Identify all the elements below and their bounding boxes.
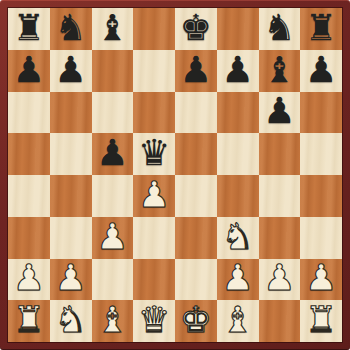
square-h4[interactable] xyxy=(300,175,342,217)
square-g8[interactable]: ♞ xyxy=(259,8,301,50)
square-d2[interactable] xyxy=(133,259,175,301)
piece-black-pawn[interactable]: ♟ xyxy=(221,52,253,88)
piece-black-pawn[interactable]: ♟ xyxy=(180,52,212,88)
square-c6[interactable] xyxy=(92,92,134,134)
piece-black-rook[interactable]: ♜ xyxy=(13,10,45,46)
square-g1[interactable] xyxy=(259,300,301,342)
square-e8[interactable]: ♚ xyxy=(175,8,217,50)
square-b6[interactable] xyxy=(50,92,92,134)
piece-white-pawn[interactable]: ♟ xyxy=(13,260,45,296)
piece-white-bishop[interactable]: ♝ xyxy=(221,302,253,338)
piece-black-bishop[interactable]: ♝ xyxy=(96,10,128,46)
piece-white-pawn[interactable]: ♟ xyxy=(138,177,170,213)
square-d6[interactable] xyxy=(133,92,175,134)
piece-black-king[interactable]: ♚ xyxy=(180,10,212,46)
square-d5[interactable]: ♛ xyxy=(133,133,175,175)
square-f6[interactable] xyxy=(217,92,259,134)
square-d4[interactable]: ♟ xyxy=(133,175,175,217)
square-f8[interactable] xyxy=(217,8,259,50)
square-c4[interactable] xyxy=(92,175,134,217)
square-e3[interactable] xyxy=(175,217,217,259)
square-g6[interactable]: ♟ xyxy=(259,92,301,134)
piece-white-knight[interactable]: ♞ xyxy=(54,302,86,338)
square-d1[interactable]: ♛ xyxy=(133,300,175,342)
square-b1[interactable]: ♞ xyxy=(50,300,92,342)
square-c2[interactable] xyxy=(92,259,134,301)
square-a2[interactable]: ♟ xyxy=(8,259,50,301)
square-e1[interactable]: ♚ xyxy=(175,300,217,342)
piece-black-pawn[interactable]: ♟ xyxy=(305,52,337,88)
square-a3[interactable] xyxy=(8,217,50,259)
square-e4[interactable] xyxy=(175,175,217,217)
chess-board-frame: ♜♞♝♚♞♜♟♟♟♟♝♟♟♟♛♟♟♞♟♟♟♟♟♜♞♝♛♚♝♜ xyxy=(0,0,350,350)
square-e5[interactable] xyxy=(175,133,217,175)
square-f7[interactable]: ♟ xyxy=(217,50,259,92)
square-c8[interactable]: ♝ xyxy=(92,8,134,50)
square-f2[interactable]: ♟ xyxy=(217,259,259,301)
piece-white-rook[interactable]: ♜ xyxy=(13,302,45,338)
square-b4[interactable] xyxy=(50,175,92,217)
piece-black-pawn[interactable]: ♟ xyxy=(13,52,45,88)
piece-white-knight[interactable]: ♞ xyxy=(221,219,253,255)
square-g4[interactable] xyxy=(259,175,301,217)
square-g3[interactable] xyxy=(259,217,301,259)
square-f4[interactable] xyxy=(217,175,259,217)
square-d3[interactable] xyxy=(133,217,175,259)
piece-black-bishop[interactable]: ♝ xyxy=(263,52,295,88)
square-h5[interactable] xyxy=(300,133,342,175)
piece-black-pawn[interactable]: ♟ xyxy=(54,52,86,88)
square-h1[interactable]: ♜ xyxy=(300,300,342,342)
square-e7[interactable]: ♟ xyxy=(175,50,217,92)
piece-white-pawn[interactable]: ♟ xyxy=(305,260,337,296)
piece-black-rook[interactable]: ♜ xyxy=(305,10,337,46)
square-g2[interactable]: ♟ xyxy=(259,259,301,301)
square-c5[interactable]: ♟ xyxy=(92,133,134,175)
square-c7[interactable] xyxy=(92,50,134,92)
square-a5[interactable] xyxy=(8,133,50,175)
square-h3[interactable] xyxy=(300,217,342,259)
square-e2[interactable] xyxy=(175,259,217,301)
square-a8[interactable]: ♜ xyxy=(8,8,50,50)
square-d7[interactable] xyxy=(133,50,175,92)
square-b5[interactable] xyxy=(50,133,92,175)
square-c3[interactable]: ♟ xyxy=(92,217,134,259)
square-f1[interactable]: ♝ xyxy=(217,300,259,342)
square-h8[interactable]: ♜ xyxy=(300,8,342,50)
piece-black-knight[interactable]: ♞ xyxy=(263,10,295,46)
square-b3[interactable] xyxy=(50,217,92,259)
square-h6[interactable] xyxy=(300,92,342,134)
square-a7[interactable]: ♟ xyxy=(8,50,50,92)
piece-white-king[interactable]: ♚ xyxy=(180,302,212,338)
piece-black-pawn[interactable]: ♟ xyxy=(96,135,128,171)
piece-white-rook[interactable]: ♜ xyxy=(305,302,337,338)
square-h2[interactable]: ♟ xyxy=(300,259,342,301)
chess-board: ♜♞♝♚♞♜♟♟♟♟♝♟♟♟♛♟♟♞♟♟♟♟♟♜♞♝♛♚♝♜ xyxy=(8,8,342,342)
square-g5[interactable] xyxy=(259,133,301,175)
square-a4[interactable] xyxy=(8,175,50,217)
piece-white-pawn[interactable]: ♟ xyxy=(221,260,253,296)
square-d8[interactable] xyxy=(133,8,175,50)
square-f5[interactable] xyxy=(217,133,259,175)
square-c1[interactable]: ♝ xyxy=(92,300,134,342)
piece-black-queen[interactable]: ♛ xyxy=(138,135,170,171)
square-b2[interactable]: ♟ xyxy=(50,259,92,301)
square-b7[interactable]: ♟ xyxy=(50,50,92,92)
square-b8[interactable]: ♞ xyxy=(50,8,92,50)
piece-white-pawn[interactable]: ♟ xyxy=(263,260,295,296)
piece-black-knight[interactable]: ♞ xyxy=(54,10,86,46)
piece-white-pawn[interactable]: ♟ xyxy=(54,260,86,296)
square-a6[interactable] xyxy=(8,92,50,134)
piece-white-pawn[interactable]: ♟ xyxy=(96,219,128,255)
square-a1[interactable]: ♜ xyxy=(8,300,50,342)
square-h7[interactable]: ♟ xyxy=(300,50,342,92)
piece-white-bishop[interactable]: ♝ xyxy=(96,302,128,338)
piece-white-queen[interactable]: ♛ xyxy=(138,302,170,338)
square-e6[interactable] xyxy=(175,92,217,134)
square-g7[interactable]: ♝ xyxy=(259,50,301,92)
square-f3[interactable]: ♞ xyxy=(217,217,259,259)
piece-black-pawn[interactable]: ♟ xyxy=(263,93,295,129)
